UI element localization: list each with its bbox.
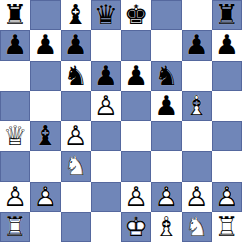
piece-black-pawn[interactable]: ♟: [151, 91, 181, 121]
piece-white-pawn[interactable]: ♟♙: [91, 91, 121, 121]
square-h3[interactable]: [212, 151, 242, 181]
piece-glyph: ♟: [182, 30, 212, 60]
square-d7[interactable]: [91, 30, 121, 60]
square-d1[interactable]: [91, 212, 121, 242]
piece-glyph: ♟: [91, 61, 121, 91]
square-d6[interactable]: ♟: [91, 61, 121, 91]
piece-glyph-outline: ♖: [0, 212, 30, 242]
square-b5[interactable]: [30, 91, 60, 121]
square-f6[interactable]: ♞: [151, 61, 181, 91]
square-c2[interactable]: [61, 182, 91, 212]
piece-glyph-outline: ♕: [0, 121, 30, 151]
piece-black-pawn[interactable]: ♟: [0, 30, 30, 60]
square-a5[interactable]: [0, 91, 30, 121]
piece-white-pawn[interactable]: ♟♙: [0, 182, 30, 212]
square-c3[interactable]: ♞♘: [61, 151, 91, 181]
piece-glyph-outline: ♗: [151, 212, 181, 242]
piece-glyph: ♟: [121, 61, 151, 91]
piece-glyph: ♜: [212, 0, 242, 30]
square-g6[interactable]: [182, 61, 212, 91]
piece-glyph-outline: ♘: [182, 212, 212, 242]
square-f3[interactable]: [151, 151, 181, 181]
square-f1[interactable]: ♝♗: [151, 212, 181, 242]
piece-glyph-outline: ♙: [212, 182, 242, 212]
piece-black-knight[interactable]: ♞: [151, 61, 181, 91]
square-f4[interactable]: [151, 121, 181, 151]
square-a8[interactable]: ♜: [0, 0, 30, 30]
square-a6[interactable]: [0, 61, 30, 91]
piece-white-queen[interactable]: ♛♕: [0, 121, 30, 151]
piece-glyph: ♛: [91, 0, 121, 30]
square-f8[interactable]: [151, 0, 181, 30]
square-a7[interactable]: ♟: [0, 30, 30, 60]
piece-black-pawn[interactable]: ♟: [91, 61, 121, 91]
piece-black-king[interactable]: ♚: [121, 0, 151, 30]
square-e6[interactable]: ♟: [121, 61, 151, 91]
square-g7[interactable]: ♟: [182, 30, 212, 60]
piece-white-rook[interactable]: ♜♖: [212, 212, 242, 242]
piece-white-bishop[interactable]: ♝♗: [182, 91, 212, 121]
piece-white-bishop[interactable]: ♝♗: [151, 212, 181, 242]
piece-white-king[interactable]: ♚♔: [121, 212, 151, 242]
square-d2[interactable]: [91, 182, 121, 212]
square-e2[interactable]: ♟♙: [121, 182, 151, 212]
piece-black-pawn[interactable]: ♟: [212, 30, 242, 60]
piece-glyph-outline: ♖: [212, 212, 242, 242]
square-g8[interactable]: [182, 0, 212, 30]
chess-board: ♜♝♛♚♜♟♟♟♟♟♞♟♟♞♟♙♟♝♗♛♕♝♟♙♞♘♟♙♟♙♟♙♟♙♟♙♟♙♜♖…: [0, 0, 242, 242]
piece-glyph-outline: ♙: [30, 182, 60, 212]
piece-glyph: ♞: [151, 61, 181, 91]
piece-white-pawn[interactable]: ♟♙: [212, 182, 242, 212]
piece-glyph-outline: ♙: [61, 121, 91, 151]
piece-black-queen[interactable]: ♛: [91, 0, 121, 30]
square-b2[interactable]: ♟♙: [30, 182, 60, 212]
piece-black-rook[interactable]: ♜: [0, 0, 30, 30]
chess-board-container: ♜♝♛♚♜♟♟♟♟♟♞♟♟♞♟♙♟♝♗♛♕♝♟♙♞♘♟♙♟♙♟♙♟♙♟♙♟♙♜♖…: [0, 0, 242, 242]
square-d8[interactable]: ♛: [91, 0, 121, 30]
square-e4[interactable]: [121, 121, 151, 151]
piece-glyph-outline: ♔: [121, 212, 151, 242]
piece-black-rook[interactable]: ♜: [212, 0, 242, 30]
piece-white-pawn[interactable]: ♟♙: [182, 182, 212, 212]
square-h2[interactable]: ♟♙: [212, 182, 242, 212]
piece-black-pawn[interactable]: ♟: [30, 30, 60, 60]
square-c6[interactable]: ♞: [61, 61, 91, 91]
piece-glyph-outline: ♙: [91, 91, 121, 121]
square-e1[interactable]: ♚♔: [121, 212, 151, 242]
piece-white-knight[interactable]: ♞♘: [182, 212, 212, 242]
square-b8[interactable]: [30, 0, 60, 30]
square-c4[interactable]: ♟♙: [61, 121, 91, 151]
square-c1[interactable]: [61, 212, 91, 242]
piece-glyph: ♟: [151, 91, 181, 121]
square-h1[interactable]: ♜♖: [212, 212, 242, 242]
piece-glyph-outline: ♗: [182, 91, 212, 121]
square-h5[interactable]: [212, 91, 242, 121]
piece-glyph-outline: ♙: [182, 182, 212, 212]
square-f5[interactable]: ♟: [151, 91, 181, 121]
square-g2[interactable]: ♟♙: [182, 182, 212, 212]
square-a2[interactable]: ♟♙: [0, 182, 30, 212]
square-d5[interactable]: ♟♙: [91, 91, 121, 121]
square-e8[interactable]: ♚: [121, 0, 151, 30]
piece-white-pawn[interactable]: ♟♙: [30, 182, 60, 212]
piece-glyph: ♟: [212, 30, 242, 60]
square-a3[interactable]: [0, 151, 30, 181]
piece-white-pawn[interactable]: ♟♙: [121, 182, 151, 212]
square-e7[interactable]: [121, 30, 151, 60]
square-g4[interactable]: [182, 121, 212, 151]
square-b3[interactable]: [30, 151, 60, 181]
square-h4[interactable]: [212, 121, 242, 151]
square-e5[interactable]: [121, 91, 151, 121]
square-c5[interactable]: [61, 91, 91, 121]
piece-white-rook[interactable]: ♜♖: [0, 212, 30, 242]
piece-glyph-outline: ♙: [0, 182, 30, 212]
piece-black-pawn[interactable]: ♟: [121, 61, 151, 91]
square-a1[interactable]: ♜♖: [0, 212, 30, 242]
piece-glyph: ♜: [0, 0, 30, 30]
piece-white-pawn[interactable]: ♟♙: [151, 182, 181, 212]
piece-glyph-outline: ♙: [151, 182, 181, 212]
piece-black-bishop[interactable]: ♝: [61, 0, 91, 30]
piece-glyph: ♝: [61, 0, 91, 30]
square-h6[interactable]: [212, 61, 242, 91]
square-g3[interactable]: [182, 151, 212, 181]
piece-glyph: ♟: [0, 30, 30, 60]
piece-white-pawn[interactable]: ♟♙: [61, 121, 91, 151]
square-h7[interactable]: ♟: [212, 30, 242, 60]
piece-black-pawn[interactable]: ♟: [182, 30, 212, 60]
piece-glyph: ♟: [30, 30, 60, 60]
square-h8[interactable]: ♜: [212, 0, 242, 30]
square-d4[interactable]: [91, 121, 121, 151]
square-a4[interactable]: ♛♕: [0, 121, 30, 151]
piece-glyph-outline: ♘: [61, 151, 91, 181]
square-f7[interactable]: [151, 30, 181, 60]
piece-glyph: ♝: [30, 121, 60, 151]
square-d3[interactable]: [91, 151, 121, 181]
piece-white-knight[interactable]: ♞♘: [61, 151, 91, 181]
piece-black-knight[interactable]: ♞: [61, 61, 91, 91]
square-b6[interactable]: [30, 61, 60, 91]
piece-glyph: ♟: [61, 30, 91, 60]
piece-black-bishop[interactable]: ♝: [30, 121, 60, 151]
square-g1[interactable]: ♞♘: [182, 212, 212, 242]
square-c7[interactable]: ♟: [61, 30, 91, 60]
square-b4[interactable]: ♝: [30, 121, 60, 151]
square-b7[interactable]: ♟: [30, 30, 60, 60]
piece-glyph: ♞: [61, 61, 91, 91]
square-b1[interactable]: [30, 212, 60, 242]
square-c8[interactable]: ♝: [61, 0, 91, 30]
piece-glyph: ♚: [121, 0, 151, 30]
piece-black-pawn[interactable]: ♟: [61, 30, 91, 60]
square-g5[interactable]: ♝♗: [182, 91, 212, 121]
square-e3[interactable]: [121, 151, 151, 181]
piece-glyph-outline: ♙: [121, 182, 151, 212]
square-f2[interactable]: ♟♙: [151, 182, 181, 212]
